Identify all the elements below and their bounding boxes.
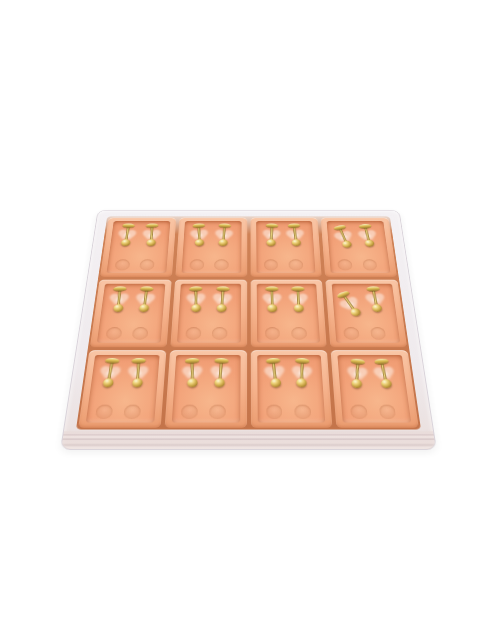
stud-disc [131, 358, 145, 363]
jewelry-tray [175, 218, 247, 277]
tray-well [107, 221, 171, 273]
tray-indent [266, 405, 283, 419]
jewelry-tray [78, 350, 166, 427]
tray-well [338, 355, 412, 423]
tray-indent [209, 405, 226, 419]
tray-indent [264, 259, 278, 270]
tray-indent [106, 327, 123, 339]
stud-ball [218, 239, 228, 246]
gold-stud [335, 290, 365, 320]
tray-well [256, 284, 320, 343]
gold-stud [210, 358, 228, 390]
jewelry-tray [326, 280, 408, 348]
stud-post [220, 290, 224, 305]
gold-stud [118, 223, 135, 248]
stud-disc [213, 358, 227, 364]
stud-ball [340, 240, 352, 248]
tray-indent [288, 259, 303, 270]
tray-well [257, 355, 326, 423]
tray-indent [132, 327, 148, 339]
tray-indent [140, 259, 155, 270]
tray-indent [115, 259, 131, 270]
stud-disc [291, 286, 304, 290]
tray-well [97, 284, 165, 343]
jewelry-tray [170, 280, 247, 348]
jewelry-tray [250, 280, 327, 348]
stud-ball [296, 378, 307, 387]
tray-well [177, 284, 241, 343]
photo-background [0, 0, 480, 640]
gold-stud [189, 286, 203, 314]
gold-stud [265, 286, 280, 314]
tray-indent [214, 259, 228, 270]
stud-disc [287, 223, 300, 228]
stud-ball [364, 239, 375, 247]
tray-indent [265, 327, 280, 339]
gold-stud [111, 286, 127, 314]
gold-stud [293, 358, 309, 391]
jewelry-tray [331, 350, 419, 427]
tray-well [86, 355, 160, 423]
tray-well [256, 221, 316, 273]
stud-ball [102, 378, 114, 387]
gold-stud [348, 358, 365, 391]
jewelry-tray [164, 350, 246, 427]
gold-stud [373, 358, 395, 391]
tray-indent [212, 327, 227, 339]
gold-stud [129, 358, 146, 390]
gold-stud [135, 286, 153, 314]
gold-stud [184, 358, 199, 390]
tray-indent [362, 259, 377, 270]
tray-indent [95, 405, 113, 419]
stud-ball [131, 378, 142, 387]
stud-ball [216, 304, 226, 312]
tray-indent [379, 405, 397, 419]
stud-disc [189, 286, 202, 291]
tray-well [181, 221, 241, 273]
stud-ball [121, 239, 131, 246]
stud-disc [216, 286, 229, 291]
gold-stud [365, 286, 385, 314]
box-frosted-edge [61, 431, 436, 449]
tray-indent [291, 327, 307, 339]
stud-disc [265, 223, 277, 227]
tray-indent [343, 327, 359, 339]
stud-ball [113, 304, 123, 312]
stud-ball [371, 304, 382, 312]
gold-stud [358, 224, 377, 249]
stud-ball [266, 239, 275, 246]
stud-ball [146, 239, 155, 246]
stud-ball [213, 378, 224, 387]
stud-disc [113, 286, 126, 291]
stud-disc [366, 286, 380, 291]
tray-indent [338, 259, 353, 270]
tray-indent [181, 405, 198, 419]
gold-stud [144, 223, 158, 248]
jewelry-tray [90, 280, 172, 348]
stud-post [194, 290, 197, 305]
tray-indent [189, 259, 204, 270]
tray-grid [76, 216, 421, 429]
stud-disc [374, 358, 389, 364]
jewelry-tray [250, 218, 322, 277]
stud-disc [185, 358, 199, 364]
tray-well [332, 284, 400, 343]
tray-well [172, 355, 241, 423]
tray-indent [294, 405, 311, 419]
stud-ball [351, 378, 362, 388]
jewelry-tray [321, 218, 397, 277]
stud-post [355, 363, 359, 381]
stud-disc [122, 223, 135, 227]
stud-disc [145, 223, 157, 227]
stud-ball [191, 304, 201, 312]
stud-disc [218, 223, 231, 227]
gold-stud [332, 224, 355, 250]
jewelry-tray [250, 350, 332, 427]
clear-display-box [60, 210, 437, 450]
stud-ball [270, 378, 281, 388]
gold-stud [265, 357, 284, 390]
stud-post [149, 226, 152, 239]
stud-ball [380, 378, 392, 388]
stud-disc [265, 358, 279, 364]
tray-indent [124, 405, 142, 419]
tray-indent [370, 327, 387, 339]
gold-stud [291, 286, 306, 314]
stud-disc [105, 358, 120, 364]
stud-ball [138, 304, 149, 312]
stud-disc [295, 358, 309, 364]
stud-disc [139, 286, 153, 291]
stud-post [271, 290, 274, 305]
jewelry-tray [100, 218, 176, 277]
gold-stud [99, 358, 120, 390]
tray-indent [350, 405, 368, 419]
stud-ball [291, 239, 301, 246]
gold-stud [215, 223, 230, 248]
stud-post [191, 362, 194, 379]
stud-disc [266, 286, 279, 290]
gold-stud [287, 223, 304, 248]
gold-stud [213, 286, 229, 314]
stud-ball [268, 304, 278, 312]
tray-well [327, 221, 391, 273]
stud-ball [195, 239, 204, 246]
tray-indent [185, 327, 201, 339]
stud-ball [294, 304, 304, 312]
gold-stud [192, 223, 206, 248]
gold-stud [264, 223, 278, 248]
stud-ball [187, 378, 197, 387]
